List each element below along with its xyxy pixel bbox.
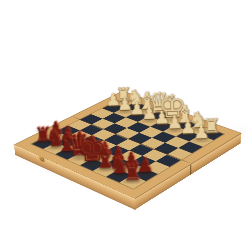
square-h3	[178, 142, 202, 154]
piece-white-rook: ♜	[107, 65, 140, 103]
piece-white-king: ♚	[155, 81, 189, 121]
piece-white-knight: ♞	[180, 90, 215, 131]
fold-seam-edge-cut	[190, 164, 191, 175]
camera-tilt: ♜♞♝♛♚♝♞♜♟♟♟♟♟♟♟♟♟♟♟♟♟♟♟♟♜♞♝♛♚♝♞♜	[44, 55, 212, 223]
chess-set-photo: ♜♞♝♛♚♝♞♜♟♟♟♟♟♟♟♟♟♟♟♟♟♟♟♟♜♞♝♛♚♝♞♜	[0, 0, 250, 250]
clasp-knob	[39, 154, 44, 163]
piece-red-rook: ♜	[25, 103, 61, 144]
chess-board: ♜♞♝♛♚♝♞♜♟♟♟♟♟♟♟♟♟♟♟♟♟♟♟♟♜♞♝♛♚♝♞♜	[13, 91, 242, 200]
piece-red-pawn: ♟	[38, 97, 73, 138]
